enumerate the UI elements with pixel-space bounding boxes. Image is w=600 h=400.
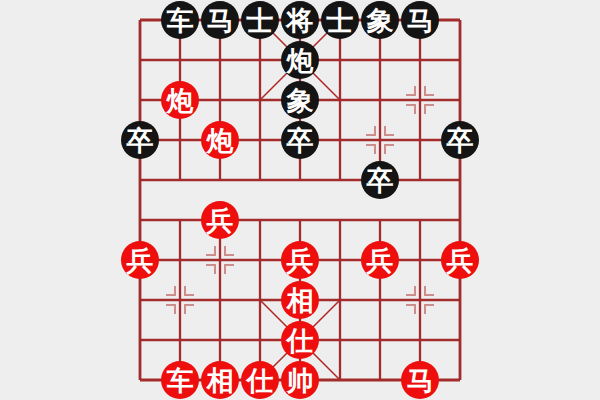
point-marker — [385, 145, 394, 154]
piece-red-advisor[interactable]: 仕 — [281, 321, 319, 359]
piece-black-advisor[interactable]: 士 — [321, 1, 359, 39]
piece-red-advisor[interactable]: 仕 — [241, 361, 279, 399]
piece-black-soldier[interactable]: 卒 — [361, 161, 399, 199]
point-marker — [425, 105, 434, 114]
piece-black-horse[interactable]: 马 — [201, 1, 239, 39]
piece-black-elephant[interactable]: 象 — [361, 1, 399, 39]
piece-red-soldier[interactable]: 兵 — [441, 241, 479, 279]
piece-red-elephant[interactable]: 相 — [201, 361, 239, 399]
piece-red-horse[interactable]: 马 — [401, 361, 439, 399]
point-marker — [406, 86, 415, 95]
piece-red-elephant[interactable]: 相 — [281, 281, 319, 319]
piece-red-general[interactable]: 帅 — [281, 361, 319, 399]
piece-black-soldier[interactable]: 卒 — [441, 121, 479, 159]
point-marker — [225, 246, 234, 255]
piece-red-rook[interactable]: 车 — [161, 361, 199, 399]
point-marker — [385, 126, 394, 135]
point-marker — [166, 286, 175, 295]
piece-red-soldier[interactable]: 兵 — [361, 241, 399, 279]
piece-black-general[interactable]: 将 — [281, 1, 319, 39]
point-marker — [206, 246, 215, 255]
piece-black-elephant[interactable]: 象 — [281, 81, 319, 119]
point-marker — [406, 286, 415, 295]
piece-red-soldier[interactable]: 兵 — [121, 241, 159, 279]
point-marker — [425, 86, 434, 95]
point-marker — [225, 265, 234, 274]
piece-black-soldier[interactable]: 卒 — [281, 121, 319, 159]
point-marker — [425, 286, 434, 295]
piece-black-horse[interactable]: 马 — [401, 1, 439, 39]
piece-black-rook[interactable]: 车 — [161, 1, 199, 39]
piece-black-soldier[interactable]: 卒 — [121, 121, 159, 159]
point-marker — [425, 305, 434, 314]
xiangqi-app: 车马士将士象马炮炮象卒炮卒卒卒兵兵兵兵兵相仕车相仕帅马 — [0, 0, 600, 400]
point-marker — [406, 105, 415, 114]
piece-black-advisor[interactable]: 士 — [241, 1, 279, 39]
point-marker — [366, 126, 375, 135]
piece-red-soldier[interactable]: 兵 — [281, 241, 319, 279]
piece-red-soldier[interactable]: 兵 — [201, 201, 239, 239]
piece-black-cannon[interactable]: 炮 — [281, 41, 319, 79]
point-marker — [366, 145, 375, 154]
piece-red-cannon[interactable]: 炮 — [161, 81, 199, 119]
point-marker — [185, 305, 194, 314]
point-marker — [406, 305, 415, 314]
piece-red-cannon[interactable]: 炮 — [201, 121, 239, 159]
point-marker — [166, 305, 175, 314]
point-marker — [206, 265, 215, 274]
point-marker — [185, 286, 194, 295]
